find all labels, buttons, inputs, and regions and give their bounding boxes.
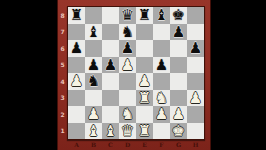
black-king: ♚ bbox=[170, 7, 187, 24]
square-e8[interactable]: ♜ bbox=[136, 7, 153, 24]
square-a4[interactable]: ♟ bbox=[68, 73, 85, 90]
rank-label-4: 4 bbox=[58, 73, 67, 90]
black-pawn: ♟ bbox=[170, 24, 187, 41]
square-f5[interactable]: ♟ bbox=[153, 57, 170, 74]
square-d8[interactable]: ♛ bbox=[119, 7, 136, 24]
square-b4[interactable]: ♞ bbox=[85, 73, 102, 90]
black-pawn: ♟ bbox=[187, 40, 204, 57]
square-f7[interactable] bbox=[153, 24, 170, 41]
white-pawn: ♟ bbox=[153, 106, 170, 123]
black-queen: ♛ bbox=[119, 7, 136, 24]
black-pawn: ♟ bbox=[153, 57, 170, 74]
square-a3[interactable] bbox=[68, 90, 85, 107]
square-b1[interactable]: ♝ bbox=[85, 123, 102, 140]
square-f8[interactable]: ♝ bbox=[153, 7, 170, 24]
file-label-g: G bbox=[170, 139, 187, 150]
file-label-e: E bbox=[136, 139, 153, 150]
black-pawn: ♟ bbox=[102, 57, 119, 74]
square-c3[interactable] bbox=[102, 90, 119, 107]
square-h7[interactable] bbox=[187, 24, 204, 41]
rank-label-3: 3 bbox=[58, 90, 67, 107]
white-pawn: ♟ bbox=[85, 106, 102, 123]
white-king: ♚ bbox=[170, 123, 187, 140]
square-d2[interactable]: ♞ bbox=[119, 106, 136, 123]
square-g1[interactable]: ♚ bbox=[170, 123, 187, 140]
square-d3[interactable] bbox=[119, 90, 136, 107]
square-a8[interactable]: ♜ bbox=[68, 7, 85, 24]
square-a2[interactable] bbox=[68, 106, 85, 123]
square-b5[interactable]: ♟ bbox=[85, 57, 102, 74]
file-label-b: B bbox=[85, 139, 102, 150]
rank-label-5: 5 bbox=[58, 57, 67, 74]
square-f3[interactable]: ♞ bbox=[153, 90, 170, 107]
square-d1[interactable]: ♛ bbox=[119, 123, 136, 140]
file-label-h: H bbox=[187, 139, 204, 150]
square-h1[interactable] bbox=[187, 123, 204, 140]
square-g7[interactable]: ♟ bbox=[170, 24, 187, 41]
file-label-d: D bbox=[119, 139, 136, 150]
white-pawn: ♟ bbox=[170, 106, 187, 123]
square-g2[interactable]: ♟ bbox=[170, 106, 187, 123]
square-a1[interactable] bbox=[68, 123, 85, 140]
file-label-a: A bbox=[68, 139, 85, 150]
white-pawn: ♟ bbox=[136, 73, 153, 90]
square-e2[interactable] bbox=[136, 106, 153, 123]
square-a5[interactable] bbox=[68, 57, 85, 74]
square-c1[interactable]: ♝ bbox=[102, 123, 119, 140]
file-label-f: F bbox=[153, 139, 170, 150]
black-knight: ♞ bbox=[85, 73, 102, 90]
letterbox-background: 87654321 ♜♛♜♝♚♝♞♟♟♟♟♟♟♟♟♟♞♟♜♞♟♟♞♟♟♝♝♛♜♚ … bbox=[0, 0, 266, 150]
square-c7[interactable] bbox=[102, 24, 119, 41]
square-h4[interactable] bbox=[187, 73, 204, 90]
square-f2[interactable]: ♟ bbox=[153, 106, 170, 123]
square-g5[interactable] bbox=[170, 57, 187, 74]
black-rook: ♜ bbox=[68, 7, 85, 24]
white-rook: ♜ bbox=[136, 90, 153, 107]
square-g6[interactable] bbox=[170, 40, 187, 57]
black-pawn: ♟ bbox=[68, 40, 85, 57]
black-pawn: ♟ bbox=[85, 57, 102, 74]
square-h6[interactable]: ♟ bbox=[187, 40, 204, 57]
white-rook: ♜ bbox=[136, 123, 153, 140]
square-a6[interactable]: ♟ bbox=[68, 40, 85, 57]
rank-label-8: 8 bbox=[58, 7, 67, 24]
square-c6[interactable] bbox=[102, 40, 119, 57]
square-b8[interactable] bbox=[85, 7, 102, 24]
black-pawn: ♟ bbox=[119, 40, 136, 57]
white-bishop: ♝ bbox=[85, 123, 102, 140]
square-h2[interactable] bbox=[187, 106, 204, 123]
square-d5[interactable]: ♟ bbox=[119, 57, 136, 74]
white-queen: ♛ bbox=[119, 123, 136, 140]
square-f4[interactable] bbox=[153, 73, 170, 90]
black-knight: ♞ bbox=[119, 24, 136, 41]
square-c2[interactable] bbox=[102, 106, 119, 123]
white-bishop: ♝ bbox=[102, 123, 119, 140]
square-g8[interactable]: ♚ bbox=[170, 7, 187, 24]
rank-label-6: 6 bbox=[58, 40, 67, 57]
rank-labels: 87654321 bbox=[58, 7, 67, 139]
square-e7[interactable] bbox=[136, 24, 153, 41]
white-knight: ♞ bbox=[119, 106, 136, 123]
black-rook: ♜ bbox=[136, 7, 153, 24]
square-e4[interactable]: ♟ bbox=[136, 73, 153, 90]
square-e3[interactable]: ♜ bbox=[136, 90, 153, 107]
square-c4[interactable] bbox=[102, 73, 119, 90]
square-b6[interactable] bbox=[85, 40, 102, 57]
square-e5[interactable] bbox=[136, 57, 153, 74]
square-h3[interactable]: ♟ bbox=[187, 90, 204, 107]
square-b2[interactable]: ♟ bbox=[85, 106, 102, 123]
square-c5[interactable]: ♟ bbox=[102, 57, 119, 74]
square-h5[interactable] bbox=[187, 57, 204, 74]
black-bishop: ♝ bbox=[153, 7, 170, 24]
board-frame: 87654321 ♜♛♜♝♚♝♞♟♟♟♟♟♟♟♟♟♞♟♜♞♟♟♞♟♟♝♝♛♜♚ … bbox=[57, 0, 211, 150]
square-f1[interactable] bbox=[153, 123, 170, 140]
square-c8[interactable] bbox=[102, 7, 119, 24]
square-d6[interactable]: ♟ bbox=[119, 40, 136, 57]
square-g3[interactable] bbox=[170, 90, 187, 107]
square-h8[interactable] bbox=[187, 7, 204, 24]
rank-label-7: 7 bbox=[58, 24, 67, 41]
rank-label-1: 1 bbox=[58, 123, 67, 140]
square-b3[interactable] bbox=[85, 90, 102, 107]
white-pawn: ♟ bbox=[187, 90, 204, 107]
file-labels: ABCDEFGH bbox=[68, 139, 204, 150]
square-a7[interactable] bbox=[68, 24, 85, 41]
white-pawn: ♟ bbox=[119, 57, 136, 74]
square-e6[interactable] bbox=[136, 40, 153, 57]
square-f6[interactable] bbox=[153, 40, 170, 57]
square-e1[interactable]: ♜ bbox=[136, 123, 153, 140]
square-b7[interactable]: ♝ bbox=[85, 24, 102, 41]
white-pawn: ♟ bbox=[68, 73, 85, 90]
square-d7[interactable]: ♞ bbox=[119, 24, 136, 41]
square-g4[interactable] bbox=[170, 73, 187, 90]
rank-label-2: 2 bbox=[58, 106, 67, 123]
black-bishop: ♝ bbox=[85, 24, 102, 41]
chess-board: ♜♛♜♝♚♝♞♟♟♟♟♟♟♟♟♟♞♟♜♞♟♟♞♟♟♝♝♛♜♚ bbox=[67, 6, 205, 140]
white-knight: ♞ bbox=[153, 90, 170, 107]
square-d4[interactable] bbox=[119, 73, 136, 90]
file-label-c: C bbox=[102, 139, 119, 150]
